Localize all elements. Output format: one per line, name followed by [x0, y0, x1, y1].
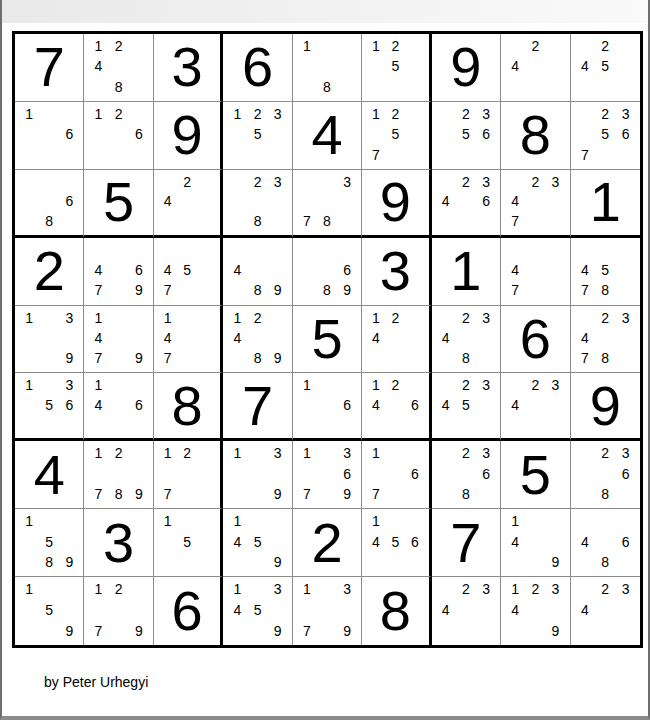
- cell-r6c8[interactable]: 234: [501, 373, 570, 441]
- cell-r9c4[interactable]: 13459: [223, 577, 292, 645]
- candidate-empty: [297, 260, 317, 280]
- candidate-empty: [129, 104, 149, 124]
- candidate-empty: [386, 552, 405, 572]
- cell-r9c8[interactable]: 12349: [501, 577, 570, 645]
- candidate-grid: 124: [362, 306, 428, 373]
- candidate-empty: [297, 172, 317, 192]
- candidate-4: 4: [505, 56, 525, 76]
- candidate-empty: [405, 552, 424, 572]
- candidate-empty: [405, 124, 424, 144]
- candidate-empty: [39, 308, 59, 328]
- cell-r8c1[interactable]: 1589: [15, 509, 84, 577]
- cell-r4c7[interactable]: 1: [432, 238, 501, 306]
- candidate-9: 9: [129, 280, 149, 300]
- candidate-grid: 68: [15, 170, 83, 235]
- candidate-empty: [405, 308, 424, 328]
- candidate-empty: [405, 375, 424, 395]
- candidate-empty: [476, 415, 496, 435]
- candidate-empty: [386, 328, 405, 348]
- cell-r8c9[interactable]: 468: [571, 509, 640, 577]
- candidate-empty: [525, 600, 545, 621]
- candidate-4: 4: [366, 532, 385, 552]
- candidate-2: 2: [456, 443, 476, 463]
- candidate-2: 2: [456, 308, 476, 328]
- cell-r2c1[interactable]: 16: [15, 102, 84, 170]
- cell-r9c7[interactable]: 234: [432, 577, 501, 645]
- cell-r6c7[interactable]: 2345: [432, 373, 501, 441]
- candidate-empty: [476, 144, 496, 164]
- candidate-5: 5: [595, 260, 615, 280]
- cell-r3c2[interactable]: 5: [84, 170, 153, 238]
- candidate-5: 5: [247, 532, 267, 552]
- cell-value: 6: [501, 306, 569, 373]
- candidate-empty: [616, 620, 636, 641]
- candidate-empty: [386, 484, 405, 504]
- candidate-grid: 457: [154, 238, 220, 305]
- cell-r6c2[interactable]: 146: [84, 373, 153, 441]
- candidate-7: 7: [297, 211, 317, 231]
- candidate-3: 3: [268, 104, 288, 124]
- cell-r1c8[interactable]: 24: [501, 34, 570, 102]
- cell-r7c1[interactable]: 4: [15, 441, 84, 509]
- cell-r5c3[interactable]: 147: [154, 306, 223, 374]
- cell-r4c4[interactable]: 489: [223, 238, 292, 306]
- cell-value: 5: [84, 170, 152, 235]
- candidate-empty: [129, 443, 149, 463]
- candidate-grid: 245: [571, 34, 640, 101]
- candidate-empty: [436, 211, 456, 231]
- candidate-4: 4: [88, 56, 108, 76]
- candidate-empty: [386, 144, 405, 164]
- candidate-empty: [525, 191, 545, 211]
- candidate-empty: [297, 191, 317, 211]
- cell-r2c3[interactable]: 9: [154, 102, 223, 170]
- candidate-7: 7: [88, 280, 108, 300]
- candidate-8: 8: [39, 552, 59, 572]
- cell-value: 3: [362, 238, 428, 305]
- cell-value: 3: [84, 509, 152, 576]
- candidate-grid: 126: [84, 102, 152, 169]
- cell-r3c5[interactable]: 378: [293, 170, 362, 238]
- candidate-grid: 127: [154, 441, 220, 508]
- candidate-empty: [337, 600, 357, 621]
- candidate-7: 7: [575, 144, 595, 164]
- candidate-6: 6: [59, 395, 79, 415]
- candidate-empty: [505, 375, 525, 395]
- cell-r6c4[interactable]: 7: [223, 373, 292, 441]
- candidate-empty: [337, 56, 357, 76]
- cell-r1c1[interactable]: 7: [15, 34, 84, 102]
- cell-r8c2[interactable]: 3: [84, 509, 153, 577]
- candidate-empty: [177, 484, 196, 504]
- candidate-4: 4: [505, 191, 525, 211]
- cell-r6c1[interactable]: 1356: [15, 373, 84, 441]
- candidate-empty: [525, 260, 545, 280]
- candidate-empty: [158, 211, 177, 231]
- candidate-empty: [39, 620, 59, 641]
- cell-r5c5[interactable]: 5: [293, 306, 362, 374]
- candidate-empty: [59, 328, 79, 348]
- candidate-grid: 2347: [501, 170, 569, 235]
- cell-r6c5[interactable]: 16: [293, 373, 362, 441]
- candidate-empty: [268, 240, 288, 260]
- candidate-1: 1: [158, 443, 177, 463]
- candidate-empty: [317, 36, 337, 56]
- candidate-6: 6: [337, 260, 357, 280]
- cell-r8c3[interactable]: 15: [154, 509, 223, 577]
- candidate-4: 4: [227, 600, 247, 621]
- candidate-empty: [39, 415, 59, 435]
- candidate-4: 4: [575, 328, 595, 348]
- cell-r9c9[interactable]: 234: [571, 577, 640, 645]
- cell-r3c8[interactable]: 2347: [501, 170, 570, 238]
- cell-r3c6[interactable]: 9: [362, 170, 431, 238]
- cell-r7c5[interactable]: 13679: [293, 441, 362, 509]
- cell-r5c8[interactable]: 6: [501, 306, 570, 374]
- candidate-empty: [545, 240, 565, 260]
- candidate-empty: [197, 552, 216, 572]
- candidate-7: 7: [88, 484, 108, 504]
- candidate-1: 1: [227, 308, 247, 328]
- cell-r4c3[interactable]: 457: [154, 238, 223, 306]
- cell-r9c2[interactable]: 1279: [84, 577, 153, 645]
- candidate-empty: [436, 172, 456, 192]
- candidate-9: 9: [268, 348, 288, 368]
- candidate-4: 4: [436, 395, 456, 415]
- candidate-empty: [337, 415, 357, 435]
- candidate-2: 2: [595, 104, 615, 124]
- candidate-grid: 1279: [84, 577, 152, 645]
- candidate-empty: [366, 77, 385, 97]
- candidate-empty: [616, 600, 636, 621]
- candidate-empty: [317, 600, 337, 621]
- candidate-empty: [158, 464, 177, 484]
- candidate-empty: [19, 144, 39, 164]
- candidate-5: 5: [247, 600, 267, 621]
- cell-value: 8: [154, 373, 220, 438]
- candidate-empty: [337, 36, 357, 56]
- candidate-empty: [505, 620, 525, 641]
- candidate-grid: 16: [293, 373, 361, 438]
- candidate-empty: [19, 191, 39, 211]
- candidate-empty: [109, 280, 129, 300]
- candidate-grid: 12789: [84, 441, 152, 508]
- candidate-3: 3: [476, 172, 496, 192]
- cell-r2c8[interactable]: 8: [501, 102, 570, 170]
- candidate-empty: [59, 144, 79, 164]
- candidate-empty: [109, 395, 129, 415]
- cell-r4c5[interactable]: 689: [293, 238, 362, 306]
- candidate-empty: [177, 464, 196, 484]
- candidate-empty: [59, 532, 79, 552]
- candidate-grid: 1456: [362, 509, 428, 576]
- candidate-empty: [436, 620, 456, 641]
- candidate-grid: 149: [501, 509, 569, 576]
- candidate-empty: [19, 552, 39, 572]
- candidate-empty: [88, 124, 108, 144]
- candidate-empty: [505, 552, 525, 572]
- candidate-8: 8: [595, 484, 615, 504]
- candidate-empty: [525, 511, 545, 531]
- cell-r6c9[interactable]: 9: [571, 373, 640, 441]
- candidate-empty: [39, 144, 59, 164]
- cell-r1c2[interactable]: 1248: [84, 34, 153, 102]
- cell-r5c7[interactable]: 2348: [432, 306, 501, 374]
- candidate-empty: [505, 415, 525, 435]
- cell-r2c9[interactable]: 23567: [571, 102, 640, 170]
- cell-r1c6[interactable]: 125: [362, 34, 431, 102]
- candidate-empty: [19, 172, 39, 192]
- candidate-2: 2: [177, 443, 196, 463]
- cell-r4c1[interactable]: 2: [15, 238, 84, 306]
- candidate-2: 2: [456, 172, 476, 192]
- cell-r8c5[interactable]: 2: [293, 509, 362, 577]
- candidate-empty: [247, 464, 267, 484]
- candidate-2: 2: [595, 308, 615, 328]
- candidate-empty: [227, 464, 247, 484]
- candidate-empty: [545, 260, 565, 280]
- candidate-empty: [616, 484, 636, 504]
- candidate-empty: [197, 484, 216, 504]
- cell-r3c3[interactable]: 24: [154, 170, 223, 238]
- candidate-empty: [436, 348, 456, 368]
- cell-r7c2[interactable]: 12789: [84, 441, 153, 509]
- cell-r1c5[interactable]: 18: [293, 34, 362, 102]
- candidate-grid: 1246: [362, 373, 428, 438]
- candidate-grid: 2345: [432, 373, 500, 438]
- candidate-6: 6: [616, 532, 636, 552]
- cell-r1c3[interactable]: 3: [154, 34, 223, 102]
- candidate-5: 5: [177, 260, 196, 280]
- candidate-1: 1: [19, 511, 39, 531]
- candidate-4: 4: [436, 191, 456, 211]
- candidate-empty: [545, 56, 565, 76]
- cell-r1c9[interactable]: 245: [571, 34, 640, 102]
- candidate-6: 6: [616, 124, 636, 144]
- cell-r7c4[interactable]: 139: [223, 441, 292, 509]
- cell-r7c6[interactable]: 167: [362, 441, 431, 509]
- candidate-empty: [317, 260, 337, 280]
- candidate-empty: [109, 415, 129, 435]
- cell-r2c6[interactable]: 1257: [362, 102, 431, 170]
- cell-value: 9: [362, 170, 428, 235]
- candidate-empty: [129, 415, 149, 435]
- candidate-empty: [545, 211, 565, 231]
- candidate-empty: [575, 308, 595, 328]
- cell-value: 9: [432, 34, 500, 101]
- candidate-9: 9: [545, 552, 565, 572]
- candidate-grid: 238: [223, 170, 291, 235]
- candidate-empty: [525, 211, 545, 231]
- cell-r4c6[interactable]: 3: [362, 238, 431, 306]
- candidate-empty: [88, 415, 108, 435]
- candidate-empty: [59, 415, 79, 435]
- candidate-grid: 12349: [501, 577, 569, 645]
- candidate-2: 2: [177, 172, 196, 192]
- cell-r6c6[interactable]: 1246: [362, 373, 431, 441]
- title-bar: [2, 0, 648, 23]
- cell-r5c1[interactable]: 139: [15, 306, 84, 374]
- candidate-empty: [405, 443, 424, 463]
- candidate-6: 6: [129, 260, 149, 280]
- candidate-empty: [177, 211, 196, 231]
- cell-r2c4[interactable]: 1235: [223, 102, 292, 170]
- cell-r7c7[interactable]: 2368: [432, 441, 501, 509]
- cell-r1c4[interactable]: 6: [223, 34, 292, 102]
- cell-r7c3[interactable]: 127: [154, 441, 223, 509]
- candidate-empty: [227, 240, 247, 260]
- candidate-empty: [227, 211, 247, 231]
- candidate-8: 8: [595, 552, 615, 572]
- candidate-5: 5: [595, 124, 615, 144]
- candidate-2: 2: [247, 104, 267, 124]
- candidate-empty: [525, 532, 545, 552]
- candidate-1: 1: [227, 104, 247, 124]
- candidate-empty: [177, 328, 196, 348]
- candidate-grid: 234: [571, 577, 640, 645]
- candidate-empty: [545, 36, 565, 56]
- candidate-grid: 23478: [571, 306, 640, 373]
- candidate-4: 4: [158, 191, 177, 211]
- candidate-empty: [366, 348, 385, 368]
- cell-value: 8: [362, 577, 428, 645]
- candidate-8: 8: [317, 280, 337, 300]
- candidate-empty: [616, 77, 636, 97]
- cell-r8c6[interactable]: 1456: [362, 509, 431, 577]
- candidate-empty: [405, 328, 424, 348]
- candidate-empty: [227, 280, 247, 300]
- candidate-2: 2: [456, 579, 476, 600]
- candidate-grid: 1479: [84, 306, 152, 373]
- candidate-empty: [297, 56, 317, 76]
- candidate-7: 7: [88, 620, 108, 641]
- candidate-3: 3: [268, 579, 288, 600]
- candidate-empty: [247, 328, 267, 348]
- candidate-empty: [88, 600, 108, 621]
- candidate-empty: [129, 144, 149, 164]
- cell-r8c7[interactable]: 7: [432, 509, 501, 577]
- candidate-8: 8: [456, 348, 476, 368]
- cell-r3c9[interactable]: 1: [571, 170, 640, 238]
- cell-r9c1[interactable]: 159: [15, 577, 84, 645]
- candidate-empty: [197, 191, 216, 211]
- cell-r4c8[interactable]: 47: [501, 238, 570, 306]
- cell-r9c5[interactable]: 1379: [293, 577, 362, 645]
- cell-r4c2[interactable]: 4679: [84, 238, 153, 306]
- candidate-empty: [227, 484, 247, 504]
- cell-r9c6[interactable]: 8: [362, 577, 431, 645]
- cell-r5c4[interactable]: 12489: [223, 306, 292, 374]
- cell-r5c2[interactable]: 1479: [84, 306, 153, 374]
- candidate-empty: [476, 600, 496, 621]
- candidate-empty: [525, 415, 545, 435]
- cell-r7c9[interactable]: 2368: [571, 441, 640, 509]
- candidate-9: 9: [129, 348, 149, 368]
- candidate-3: 3: [476, 579, 496, 600]
- candidate-9: 9: [59, 348, 79, 368]
- candidate-grid: 147: [154, 306, 220, 373]
- cell-r8c8[interactable]: 149: [501, 509, 570, 577]
- candidate-empty: [109, 260, 129, 280]
- candidate-empty: [476, 348, 496, 368]
- candidate-1: 1: [158, 511, 177, 531]
- cell-r4c9[interactable]: 4578: [571, 238, 640, 306]
- cell-r5c6[interactable]: 124: [362, 306, 431, 374]
- candidate-empty: [109, 600, 129, 621]
- cell-r1c7[interactable]: 9: [432, 34, 501, 102]
- cell-value: 6: [223, 34, 291, 101]
- candidate-empty: [575, 484, 595, 504]
- candidate-1: 1: [227, 511, 247, 531]
- candidate-empty: [158, 172, 177, 192]
- candidate-2: 2: [109, 36, 129, 56]
- candidate-empty: [545, 280, 565, 300]
- candidate-grid: 146: [84, 373, 152, 438]
- cell-r2c2[interactable]: 126: [84, 102, 153, 170]
- candidate-empty: [247, 260, 267, 280]
- cell-r2c5[interactable]: 4: [293, 102, 362, 170]
- candidate-empty: [39, 511, 59, 531]
- candidate-grid: 159: [15, 577, 83, 645]
- candidate-1: 1: [297, 579, 317, 600]
- candidate-empty: [268, 511, 288, 531]
- candidate-1: 1: [297, 36, 317, 56]
- candidate-empty: [525, 395, 545, 415]
- candidate-2: 2: [386, 308, 405, 328]
- candidate-9: 9: [268, 280, 288, 300]
- cell-r5c9[interactable]: 23478: [571, 306, 640, 374]
- candidate-empty: [456, 328, 476, 348]
- candidate-2: 2: [386, 36, 405, 56]
- candidate-empty: [405, 144, 424, 164]
- candidate-empty: [268, 600, 288, 621]
- candidate-1: 1: [366, 104, 385, 124]
- candidate-empty: [177, 240, 196, 260]
- cell-r7c8[interactable]: 5: [501, 441, 570, 509]
- cell-r2c7[interactable]: 2356: [432, 102, 501, 170]
- candidate-4: 4: [227, 260, 247, 280]
- cell-r8c4[interactable]: 1459: [223, 509, 292, 577]
- candidate-8: 8: [595, 348, 615, 368]
- candidate-grid: 4578: [571, 238, 640, 305]
- candidate-empty: [19, 328, 39, 348]
- candidate-empty: [545, 511, 565, 531]
- candidate-6: 6: [337, 395, 357, 415]
- candidate-empty: [616, 56, 636, 76]
- candidate-empty: [59, 172, 79, 192]
- cell-r3c4[interactable]: 238: [223, 170, 292, 238]
- candidate-4: 4: [366, 395, 385, 415]
- cell-r3c1[interactable]: 68: [15, 170, 84, 238]
- candidate-empty: [227, 124, 247, 144]
- cell-r3c7[interactable]: 2346: [432, 170, 501, 238]
- cell-r6c3[interactable]: 8: [154, 373, 223, 441]
- candidate-6: 6: [616, 464, 636, 484]
- candidate-3: 3: [476, 104, 496, 124]
- candidate-6: 6: [129, 124, 149, 144]
- candidate-empty: [247, 511, 267, 531]
- candidate-empty: [247, 484, 267, 504]
- candidate-1: 1: [88, 375, 108, 395]
- candidate-empty: [109, 240, 129, 260]
- candidate-empty: [39, 375, 59, 395]
- cell-r9c3[interactable]: 6: [154, 577, 223, 645]
- candidate-empty: [297, 280, 317, 300]
- candidate-empty: [88, 464, 108, 484]
- candidate-2: 2: [109, 104, 129, 124]
- candidate-8: 8: [456, 484, 476, 504]
- candidate-empty: [247, 552, 267, 572]
